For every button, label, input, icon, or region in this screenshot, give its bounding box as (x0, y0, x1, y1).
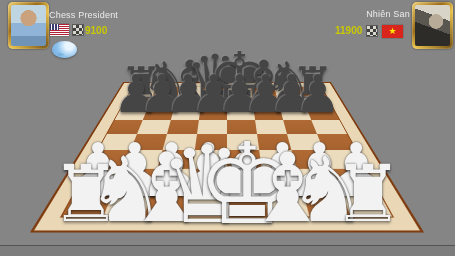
left-avatar-photo (11, 5, 46, 46)
us-flag-canton (50, 24, 59, 30)
right-player-rating: 11900 (335, 25, 362, 36)
vietnam-star: ★ (388, 27, 396, 36)
piece-black-pawn[interactable]: ♟ (292, 68, 344, 120)
right-avatar-photo (415, 5, 450, 46)
game-screen: ♜♞♝♛♚♝♞♜♟♟♟♟♟♟♟♟♟♟♟♟♟♟♟♟♜♞♝♛♚♝♞♜ Chess P… (0, 0, 455, 256)
left-player-avatar[interactable] (8, 2, 49, 49)
left-player-rating: 9100 (85, 25, 107, 36)
right-player-name: Nhiên San (366, 9, 410, 19)
us-flag-icon (50, 24, 69, 36)
left-player-name: Chess President (49, 10, 118, 20)
piece-white-rook[interactable]: ♜ (329, 155, 408, 234)
vietnam-flag-icon: ★ (382, 25, 403, 38)
right-player-avatar[interactable] (412, 2, 453, 49)
rating-icon (72, 24, 84, 36)
rating-icon (366, 25, 378, 37)
pieces-layer: ♜♞♝♛♚♝♞♜♟♟♟♟♟♟♟♟♟♟♟♟♟♟♟♟♜♞♝♛♚♝♞♜ (0, 0, 455, 256)
chat-bubble-icon[interactable] (52, 41, 77, 58)
